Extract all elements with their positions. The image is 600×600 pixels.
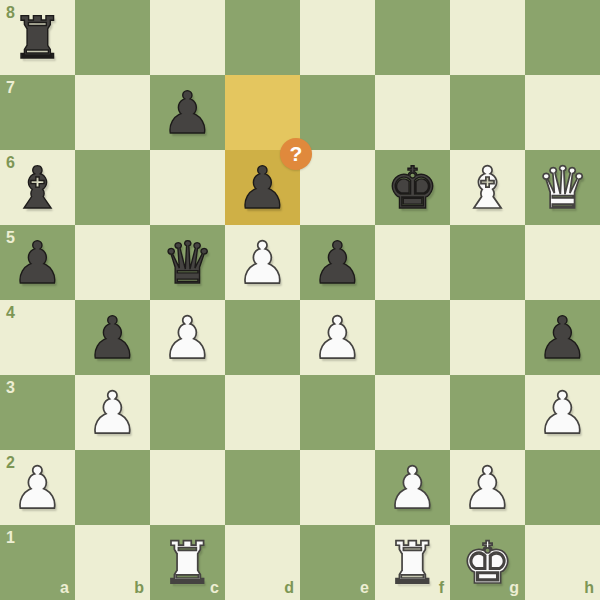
square-a6[interactable]: 6♝ <box>0 150 75 225</box>
file-label-h: h <box>584 580 594 596</box>
square-d3[interactable] <box>225 375 300 450</box>
square-a8[interactable]: 8♜ <box>0 0 75 75</box>
piece-black-pawn-a5[interactable]: ♟ <box>0 225 75 300</box>
square-a7[interactable]: 7 <box>0 75 75 150</box>
square-c6[interactable] <box>150 150 225 225</box>
piece-white-rook-f1[interactable]: ♜ <box>375 525 450 600</box>
square-c2[interactable] <box>150 450 225 525</box>
piece-black-bishop-a6[interactable]: ♝ <box>0 150 75 225</box>
rank-label-3: 3 <box>6 380 15 396</box>
square-g8[interactable] <box>450 0 525 75</box>
square-e1[interactable]: e <box>300 525 375 600</box>
piece-white-pawn-a2[interactable]: ♟ <box>0 450 75 525</box>
square-c3[interactable] <box>150 375 225 450</box>
square-b1[interactable]: b <box>75 525 150 600</box>
square-b3[interactable]: ♟ <box>75 375 150 450</box>
square-d8[interactable] <box>225 0 300 75</box>
piece-black-pawn-h4[interactable]: ♟ <box>525 300 600 375</box>
square-a2[interactable]: 2♟ <box>0 450 75 525</box>
square-b5[interactable] <box>75 225 150 300</box>
square-a3[interactable]: 3 <box>0 375 75 450</box>
square-h5[interactable] <box>525 225 600 300</box>
square-f5[interactable] <box>375 225 450 300</box>
square-g4[interactable] <box>450 300 525 375</box>
square-e8[interactable] <box>300 0 375 75</box>
square-e3[interactable] <box>300 375 375 450</box>
piece-white-pawn-b3[interactable]: ♟ <box>75 375 150 450</box>
square-f6[interactable]: ♚ <box>375 150 450 225</box>
square-h8[interactable] <box>525 0 600 75</box>
square-c1[interactable]: c♜ <box>150 525 225 600</box>
piece-white-pawn-h3[interactable]: ♟ <box>525 375 600 450</box>
square-h4[interactable]: ♟ <box>525 300 600 375</box>
square-e7[interactable] <box>300 75 375 150</box>
square-d5[interactable]: ♟ <box>225 225 300 300</box>
square-a5[interactable]: 5♟ <box>0 225 75 300</box>
square-f4[interactable] <box>375 300 450 375</box>
square-b7[interactable] <box>75 75 150 150</box>
square-h7[interactable] <box>525 75 600 150</box>
square-c7[interactable]: ♟ <box>150 75 225 150</box>
square-f2[interactable]: ♟ <box>375 450 450 525</box>
square-g3[interactable] <box>450 375 525 450</box>
square-a4[interactable]: 4 <box>0 300 75 375</box>
square-h2[interactable] <box>525 450 600 525</box>
piece-black-king-f6[interactable]: ♚ <box>375 150 450 225</box>
piece-white-pawn-c4[interactable]: ♟ <box>150 300 225 375</box>
file-label-b: b <box>134 580 144 596</box>
piece-black-rook-a8[interactable]: ♜ <box>0 0 75 75</box>
rank-label-7: 7 <box>6 80 15 96</box>
square-e4[interactable]: ♟ <box>300 300 375 375</box>
square-e2[interactable] <box>300 450 375 525</box>
square-g5[interactable] <box>450 225 525 300</box>
rank-label-4: 4 <box>6 305 15 321</box>
square-c5[interactable]: ♛ <box>150 225 225 300</box>
file-label-d: d <box>284 580 294 596</box>
square-f1[interactable]: f♜ <box>375 525 450 600</box>
square-f3[interactable] <box>375 375 450 450</box>
piece-white-pawn-g2[interactable]: ♟ <box>450 450 525 525</box>
piece-white-king-g1[interactable]: ♚ <box>450 525 525 600</box>
square-h6[interactable]: ♛ <box>525 150 600 225</box>
square-f7[interactable] <box>375 75 450 150</box>
file-label-e: e <box>360 580 369 596</box>
square-g2[interactable]: ♟ <box>450 450 525 525</box>
piece-white-pawn-f2[interactable]: ♟ <box>375 450 450 525</box>
square-d1[interactable]: d <box>225 525 300 600</box>
mistake-badge: ? <box>280 138 312 170</box>
square-h1[interactable]: h <box>525 525 600 600</box>
square-d2[interactable] <box>225 450 300 525</box>
rank-label-1: 1 <box>6 530 15 546</box>
square-c8[interactable] <box>150 0 225 75</box>
square-e5[interactable]: ♟ <box>300 225 375 300</box>
chess-board-wrap: 8♜7♟6♝♟♚♝♛5♟♛♟♟4♟♟♟♟3♟♟2♟♟♟1abc♜def♜g♚h … <box>0 0 600 600</box>
square-c4[interactable]: ♟ <box>150 300 225 375</box>
square-b6[interactable] <box>75 150 150 225</box>
piece-black-queen-c5[interactable]: ♛ <box>150 225 225 300</box>
square-g1[interactable]: g♚ <box>450 525 525 600</box>
square-g6[interactable]: ♝ <box>450 150 525 225</box>
square-h3[interactable]: ♟ <box>525 375 600 450</box>
square-b4[interactable]: ♟ <box>75 300 150 375</box>
square-b2[interactable] <box>75 450 150 525</box>
square-g7[interactable] <box>450 75 525 150</box>
piece-white-pawn-d5[interactable]: ♟ <box>225 225 300 300</box>
piece-white-pawn-e4[interactable]: ♟ <box>300 300 375 375</box>
square-d4[interactable] <box>225 300 300 375</box>
piece-black-pawn-b4[interactable]: ♟ <box>75 300 150 375</box>
piece-black-pawn-c7[interactable]: ♟ <box>150 75 225 150</box>
piece-white-queen-h6[interactable]: ♛ <box>525 150 600 225</box>
square-b8[interactable] <box>75 0 150 75</box>
square-f8[interactable] <box>375 0 450 75</box>
chess-board: 8♜7♟6♝♟♚♝♛5♟♛♟♟4♟♟♟♟3♟♟2♟♟♟1abc♜def♜g♚h <box>0 0 600 600</box>
piece-black-pawn-e5[interactable]: ♟ <box>300 225 375 300</box>
square-a1[interactable]: 1a <box>0 525 75 600</box>
file-label-a: a <box>60 580 69 596</box>
piece-white-bishop-g6[interactable]: ♝ <box>450 150 525 225</box>
square-e6[interactable] <box>300 150 375 225</box>
mistake-badge-symbol: ? <box>290 142 303 166</box>
piece-white-rook-c1[interactable]: ♜ <box>150 525 225 600</box>
